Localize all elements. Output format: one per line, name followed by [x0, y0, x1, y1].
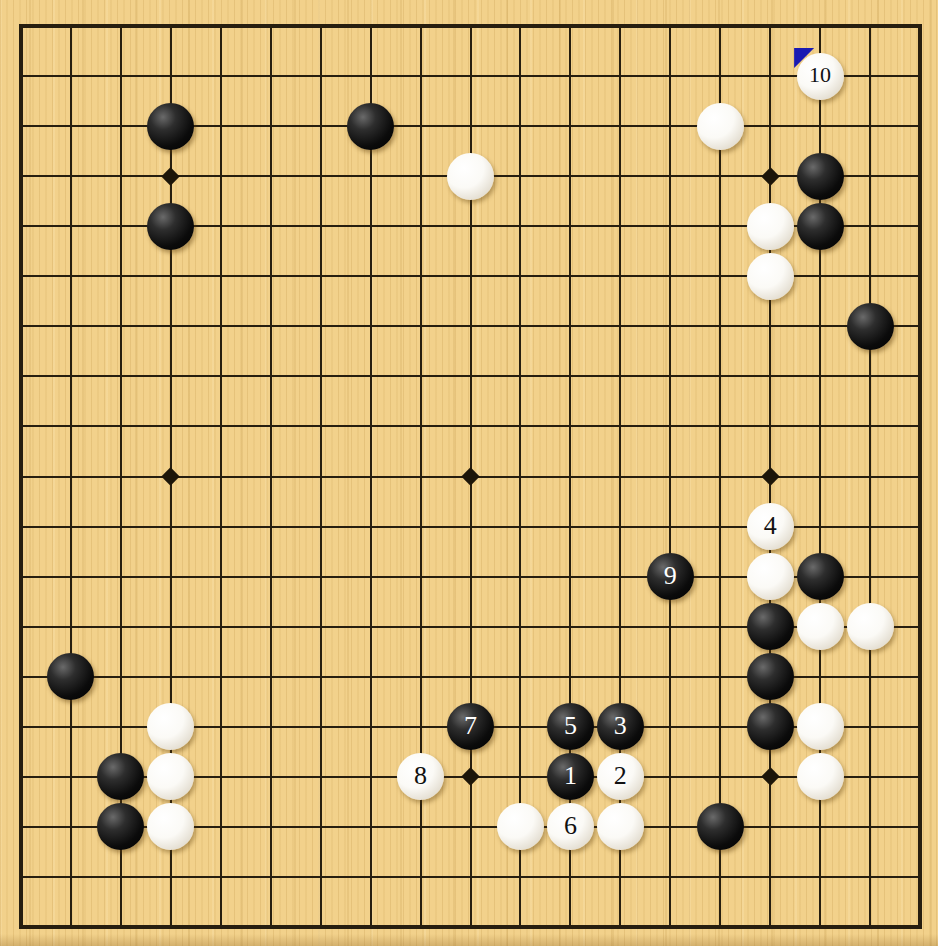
- black-stone: [797, 553, 844, 600]
- grid-line-vertical: [918, 24, 922, 929]
- grid-line-vertical: [869, 24, 871, 929]
- black-stone: 3: [597, 703, 644, 750]
- black-stone: 7: [447, 703, 494, 750]
- move-number: 2: [614, 763, 627, 789]
- white-stone: [797, 703, 844, 750]
- black-stone: [147, 203, 194, 250]
- star-point: [162, 467, 180, 485]
- move-number: 6: [564, 813, 577, 839]
- white-stone: [747, 203, 794, 250]
- black-stone: [47, 653, 94, 700]
- white-stone: [797, 603, 844, 650]
- go-board[interactable]: 10497538126: [0, 0, 938, 946]
- white-stone: 6: [547, 803, 594, 850]
- white-stone: [497, 803, 544, 850]
- white-stone: [747, 253, 794, 300]
- black-stone: [147, 103, 194, 150]
- move-number: 4: [764, 513, 777, 539]
- grid-line-vertical: [519, 24, 521, 929]
- white-stone: [747, 553, 794, 600]
- move-number: 3: [614, 713, 627, 739]
- grid-line-horizontal: [19, 876, 922, 878]
- white-stone: 4: [747, 503, 794, 550]
- black-stone: [347, 103, 394, 150]
- black-stone: [97, 803, 144, 850]
- black-stone: 5: [547, 703, 594, 750]
- white-stone: 8: [397, 753, 444, 800]
- move-number: 8: [414, 763, 427, 789]
- black-stone: [847, 303, 894, 350]
- move-number: 9: [664, 563, 677, 589]
- star-point: [761, 167, 779, 185]
- black-stone: [97, 753, 144, 800]
- black-stone: 1: [547, 753, 594, 800]
- white-stone: [797, 753, 844, 800]
- white-stone: 10: [797, 53, 844, 100]
- go-diagram: 10497538126: [0, 0, 938, 946]
- white-stone: [147, 753, 194, 800]
- black-stone: 9: [647, 553, 694, 600]
- black-stone: [747, 653, 794, 700]
- black-stone: [797, 203, 844, 250]
- star-point: [162, 167, 180, 185]
- black-stone: [747, 703, 794, 750]
- white-stone: 2: [597, 753, 644, 800]
- board-bottom-edge: [0, 934, 938, 946]
- white-stone: [847, 603, 894, 650]
- white-stone: [597, 803, 644, 850]
- white-stone: [147, 803, 194, 850]
- white-stone: [447, 153, 494, 200]
- black-stone: [747, 603, 794, 650]
- move-number: 1: [564, 763, 577, 789]
- star-point: [461, 768, 479, 786]
- move-number: 7: [464, 713, 477, 739]
- white-stone: [697, 103, 744, 150]
- grid-line-vertical: [719, 24, 721, 929]
- star-point: [461, 467, 479, 485]
- move-number: 5: [564, 713, 577, 739]
- grid-line-horizontal: [19, 925, 922, 929]
- black-stone: [697, 803, 744, 850]
- star-point: [761, 467, 779, 485]
- star-point: [761, 768, 779, 786]
- move-number: 10: [809, 64, 831, 86]
- white-stone: [147, 703, 194, 750]
- black-stone: [797, 153, 844, 200]
- grid-line-vertical: [669, 24, 671, 929]
